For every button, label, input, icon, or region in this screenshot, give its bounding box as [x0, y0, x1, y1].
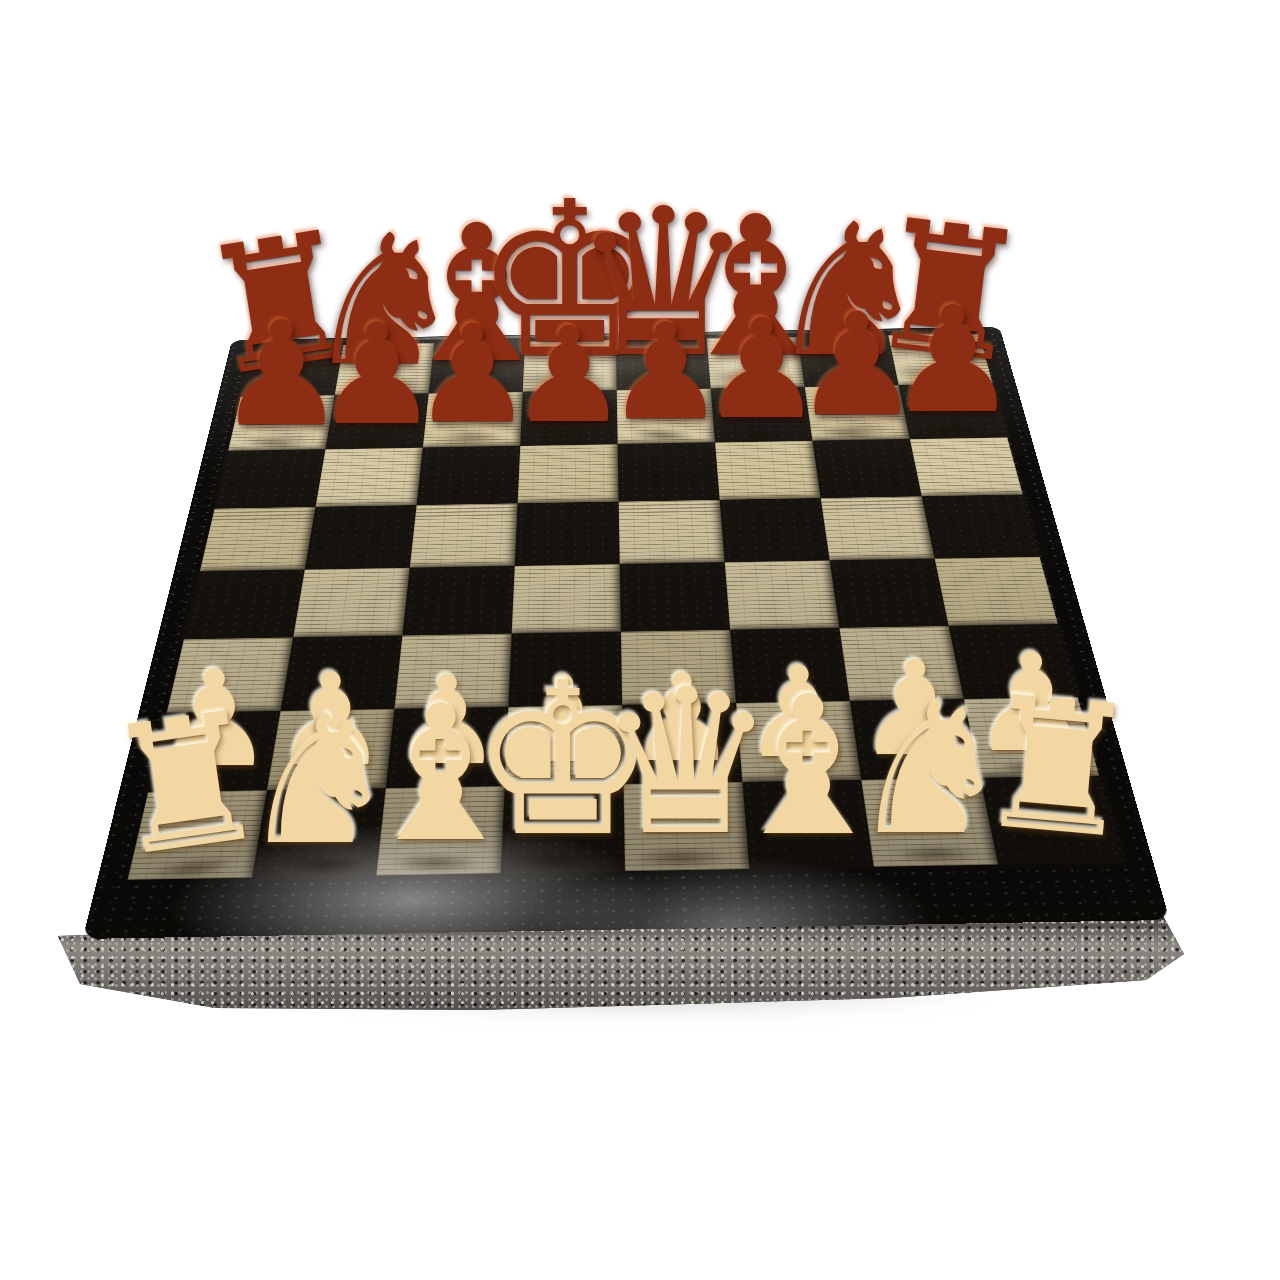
square-d2 [505, 705, 624, 787]
square-f8 [707, 337, 805, 389]
square-c5 [410, 503, 518, 567]
square-g4 [830, 559, 949, 628]
square-b5 [305, 505, 417, 569]
square-g2 [850, 699, 980, 780]
square-a1 [128, 790, 267, 879]
square-e1 [624, 782, 750, 871]
square-g5 [821, 496, 935, 560]
square-c1 [376, 786, 504, 875]
square-a6 [214, 449, 325, 509]
square-b7 [325, 393, 428, 449]
square-g1 [861, 778, 998, 867]
square-d7 [520, 390, 617, 446]
square-h6 [910, 437, 1023, 496]
square-c2 [386, 707, 509, 789]
square-d5 [515, 502, 620, 566]
square-f2 [736, 701, 861, 782]
square-g3 [839, 626, 963, 701]
square-f3 [730, 628, 850, 703]
chess-set-photo: ♜♞♝♚♛♝♞♜♟♟♟♟♟♟♟♟♟♟♟♟♟♟♟♟♜♞♝♚♛♝♞♜ [0, 0, 1280, 1280]
square-e2 [622, 703, 742, 785]
square-c3 [394, 633, 511, 708]
square-d3 [508, 632, 622, 707]
square-h7 [899, 384, 1008, 439]
square-a7 [228, 395, 335, 451]
square-e8 [616, 338, 711, 390]
square-h4 [935, 557, 1058, 626]
square-d1 [501, 784, 625, 873]
square-d8 [523, 340, 617, 392]
square-a4 [184, 570, 305, 640]
square-g8 [797, 335, 898, 387]
square-e6 [618, 442, 720, 502]
square-e5 [619, 500, 725, 564]
square-b2 [267, 709, 395, 791]
square-f1 [742, 780, 873, 869]
square-a8 [241, 345, 344, 397]
square-b8 [335, 343, 434, 395]
square-c6 [417, 446, 521, 506]
square-d4 [512, 564, 621, 633]
square-f4 [725, 560, 840, 629]
square-h3 [949, 624, 1078, 699]
square-c4 [402, 566, 514, 635]
square-h8 [888, 334, 992, 386]
square-h1 [980, 776, 1122, 865]
square-d6 [518, 444, 619, 504]
square-b6 [316, 447, 423, 507]
square-b3 [281, 635, 403, 710]
square-b4 [293, 568, 410, 637]
chess-board [82, 327, 1169, 939]
square-g7 [805, 385, 910, 440]
square-c8 [429, 341, 525, 393]
square-a3 [167, 637, 293, 712]
square-f6 [715, 440, 821, 499]
square-f5 [720, 498, 830, 562]
square-a2 [148, 711, 281, 793]
square-e3 [621, 630, 736, 705]
square-f7 [711, 387, 813, 442]
board-grid [128, 334, 1123, 880]
square-a5 [200, 507, 316, 571]
square-c7 [423, 392, 523, 448]
square-h2 [964, 697, 1099, 778]
square-h5 [922, 495, 1040, 559]
square-e7 [617, 388, 715, 443]
square-g6 [812, 439, 921, 498]
square-b1 [252, 788, 386, 877]
square-e4 [620, 562, 730, 631]
